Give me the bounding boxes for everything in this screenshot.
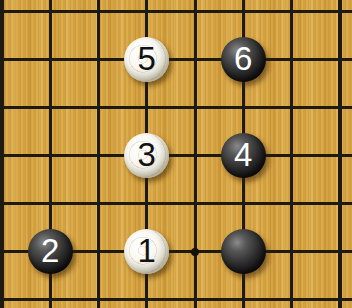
- stone-move-number: 1: [138, 234, 156, 267]
- go-board[interactable]: 563421: [0, 0, 352, 308]
- stone-move-number: 6: [234, 42, 252, 75]
- stone-move-number: 3: [138, 138, 156, 171]
- grid-line-horizontal: [0, 202, 352, 205]
- black-stone-6[interactable]: 6: [221, 37, 266, 82]
- white-stone-5[interactable]: 5: [124, 37, 169, 82]
- hoshi-point: [191, 248, 199, 256]
- grid-line-horizontal: [0, 154, 352, 157]
- black-stone-2[interactable]: 2: [28, 229, 73, 274]
- grid-line-horizontal: [0, 10, 352, 13]
- white-stone-3[interactable]: 3: [124, 133, 169, 178]
- grid-line-horizontal: [0, 106, 352, 109]
- stone-move-number: 5: [138, 42, 156, 75]
- grid-line-horizontal: [0, 298, 352, 301]
- grid-line-horizontal: [0, 58, 352, 61]
- black-stone[interactable]: [221, 229, 266, 274]
- stone-move-number: 2: [41, 234, 59, 267]
- stone-move-number: 4: [234, 138, 252, 171]
- black-stone-4[interactable]: 4: [221, 133, 266, 178]
- white-stone-1[interactable]: 1: [124, 229, 169, 274]
